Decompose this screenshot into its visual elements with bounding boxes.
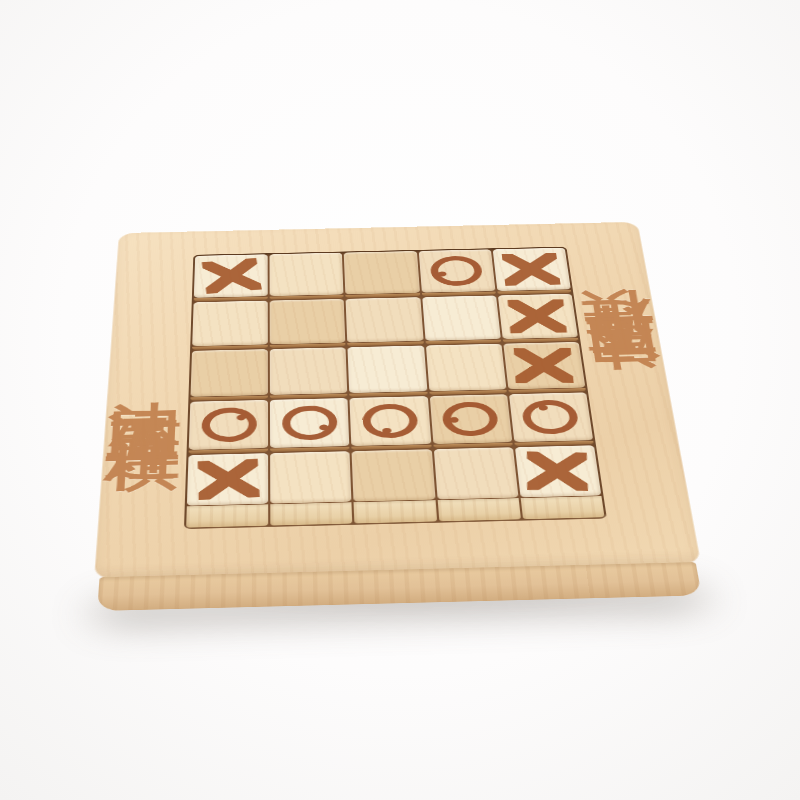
board-cell-r5c1[interactable] [186, 453, 268, 527]
cube-front-face [437, 498, 520, 521]
cube-top-face [433, 447, 518, 499]
board-cell-r3c1[interactable] [190, 349, 268, 400]
board-cell-r1c5[interactable] [493, 248, 572, 295]
cube-top-face [503, 342, 585, 389]
board-cell-r3c4[interactable] [426, 344, 507, 395]
product-photo-scene: 法国五连棋 法国五连棋 [0, 0, 800, 800]
cube-top-face [194, 254, 268, 298]
board-recess [184, 247, 607, 529]
board-cell-r4c2[interactable] [270, 398, 350, 452]
board-cell-r2c2[interactable] [270, 299, 346, 348]
board-grid [186, 248, 604, 528]
cube-front-face [354, 500, 437, 523]
inscription-right: 法国五连棋 [588, 354, 668, 407]
cube-top-face [422, 295, 501, 340]
board-cell-r2c4[interactable] [422, 295, 501, 344]
board-cell-r2c1[interactable] [192, 301, 268, 350]
o-mark [513, 394, 589, 441]
inscription-left: 法国五连棋 [109, 365, 184, 419]
x-mark [201, 258, 261, 294]
o-mark [432, 395, 509, 443]
board-cell-r5c5[interactable] [515, 445, 605, 519]
o-mark [195, 404, 263, 445]
x-mark [502, 253, 561, 286]
board-cell-r2c5[interactable] [498, 294, 579, 343]
board-cell-r4c3[interactable] [350, 396, 431, 450]
board-cell-r3c2[interactable] [270, 347, 348, 398]
board-cell-r2c3[interactable] [346, 297, 424, 346]
board-cell-r3c3[interactable] [348, 346, 427, 397]
cube-top-face [187, 453, 268, 506]
cube-top-face [429, 394, 512, 444]
board-cell-r1c2[interactable] [270, 253, 344, 300]
cube-front-face [186, 504, 268, 527]
cube-front-face [520, 496, 604, 519]
game-tray: 法国五连棋 法国五连棋 [94, 222, 701, 580]
cube-top-face [189, 400, 269, 450]
x-mark [197, 459, 259, 500]
board-cell-r1c3[interactable] [344, 251, 420, 298]
cube-top-face [270, 299, 346, 344]
cube-top-face [192, 301, 268, 347]
board-cell-r5c4[interactable] [433, 447, 520, 521]
cube-top-face [493, 248, 571, 291]
o-mark [281, 405, 338, 442]
board-cell-r1c4[interactable] [418, 249, 495, 296]
cube-top-face [426, 344, 507, 391]
board-cell-r4c1[interactable] [189, 400, 269, 454]
cube-top-face [344, 251, 420, 294]
x-mark [527, 451, 588, 490]
cube-top-face [352, 449, 435, 501]
cube-top-face [190, 349, 268, 397]
cube-top-face [270, 451, 352, 503]
cube-top-face [270, 253, 344, 296]
board-cell-r3c5[interactable] [503, 342, 586, 393]
board-cell-r5c2[interactable] [270, 451, 352, 525]
cube-top-face [509, 392, 593, 442]
cube-front-face [270, 502, 352, 525]
cube-top-face [270, 398, 350, 448]
cube-top-face [350, 396, 431, 446]
cube-top-face [418, 249, 495, 292]
board-cell-r4c5[interactable] [509, 392, 594, 446]
cube-top-face [348, 346, 427, 394]
cube-top-face [498, 294, 578, 339]
x-mark [508, 299, 567, 333]
board-cell-r4c4[interactable] [429, 394, 512, 448]
board-cell-r1c1[interactable] [194, 254, 268, 301]
cube-top-face [515, 445, 602, 497]
o-mark [421, 250, 492, 291]
o-mark [355, 399, 426, 443]
x-mark [514, 348, 574, 383]
cube-top-face [270, 347, 348, 395]
board-cell-r5c3[interactable] [352, 449, 437, 523]
cube-top-face [346, 297, 423, 342]
